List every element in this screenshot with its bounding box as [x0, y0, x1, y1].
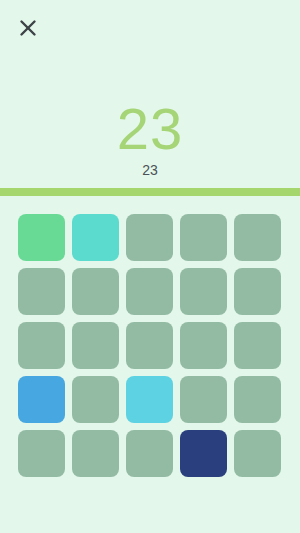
tile-r1c5-default[interactable]	[234, 214, 281, 261]
tile-r2c4-default[interactable]	[180, 268, 227, 315]
score-area: 23 23	[0, 98, 300, 178]
tile-r5c1-default[interactable]	[18, 430, 65, 477]
close-icon	[19, 19, 37, 37]
tile-r3c3-default[interactable]	[126, 322, 173, 369]
tile-r3c4-default[interactable]	[180, 322, 227, 369]
tile-r3c5-default[interactable]	[234, 322, 281, 369]
tile-r3c1-default[interactable]	[18, 322, 65, 369]
tile-r4c4-default[interactable]	[180, 376, 227, 423]
score-subtext: 23	[0, 162, 300, 178]
tile-r2c2-default[interactable]	[72, 268, 119, 315]
progress-fill	[0, 188, 300, 196]
tile-r2c1-default[interactable]	[18, 268, 65, 315]
tile-grid	[18, 214, 281, 477]
close-button[interactable]	[13, 13, 43, 43]
tile-r1c4-default[interactable]	[180, 214, 227, 261]
tile-r4c2-default[interactable]	[72, 376, 119, 423]
tile-r4c3-cyan[interactable]	[126, 376, 173, 423]
tile-r5c3-default[interactable]	[126, 430, 173, 477]
tile-r2c5-default[interactable]	[234, 268, 281, 315]
tile-r5c5-default[interactable]	[234, 430, 281, 477]
tile-r5c4-navy[interactable]	[180, 430, 227, 477]
tile-r1c3-default[interactable]	[126, 214, 173, 261]
tile-r4c1-blue[interactable]	[18, 376, 65, 423]
tile-r1c1-green[interactable]	[18, 214, 65, 261]
progress-bar	[0, 188, 300, 196]
tile-r1c2-teal[interactable]	[72, 214, 119, 261]
tile-r5c2-default[interactable]	[72, 430, 119, 477]
tile-r3c2-default[interactable]	[72, 322, 119, 369]
score-value: 23	[0, 98, 300, 160]
tile-r4c5-default[interactable]	[234, 376, 281, 423]
tile-r2c3-default[interactable]	[126, 268, 173, 315]
